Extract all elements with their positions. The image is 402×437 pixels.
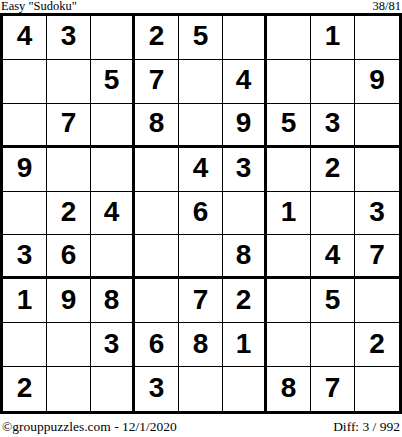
cell-r2c1 bbox=[3, 60, 47, 104]
cell-r4c1: 9 bbox=[3, 148, 47, 192]
cell-r2c4: 7 bbox=[135, 60, 179, 104]
cell-r3c6: 9 bbox=[223, 104, 267, 148]
difficulty-text: Diff: 3 / 992 bbox=[333, 419, 400, 435]
cell-r5c6 bbox=[223, 192, 267, 236]
cell-r9c7: 8 bbox=[267, 367, 311, 411]
cell-r3c3 bbox=[91, 104, 135, 148]
cell-r6c9: 7 bbox=[355, 235, 399, 279]
cell-r6c2: 6 bbox=[47, 235, 91, 279]
cell-r7c6: 2 bbox=[223, 279, 267, 323]
cell-r4c4 bbox=[135, 148, 179, 192]
cell-r6c5 bbox=[179, 235, 223, 279]
sudoku-grid: 4325157497895394322461336847198725368122… bbox=[0, 13, 402, 414]
cell-r2c2 bbox=[47, 60, 91, 104]
cell-r9c1: 2 bbox=[3, 367, 47, 411]
cell-r8c5: 8 bbox=[179, 323, 223, 367]
cell-r5c3: 4 bbox=[91, 192, 135, 236]
cell-r4c2 bbox=[47, 148, 91, 192]
cell-r5c8 bbox=[311, 192, 355, 236]
cell-r1c9 bbox=[355, 16, 399, 60]
cell-r7c8: 5 bbox=[311, 279, 355, 323]
cell-r3c5 bbox=[179, 104, 223, 148]
cell-r3c8: 3 bbox=[311, 104, 355, 148]
cell-r2c3: 5 bbox=[91, 60, 135, 104]
cell-r7c1: 1 bbox=[3, 279, 47, 323]
cell-r5c2: 2 bbox=[47, 192, 91, 236]
cell-r8c9: 2 bbox=[355, 323, 399, 367]
cell-r6c7 bbox=[267, 235, 311, 279]
cell-r9c8: 7 bbox=[311, 367, 355, 411]
cell-r3c4: 8 bbox=[135, 104, 179, 148]
cell-r7c9 bbox=[355, 279, 399, 323]
cell-r1c3 bbox=[91, 16, 135, 60]
cell-r4c3 bbox=[91, 148, 135, 192]
cell-r2c7 bbox=[267, 60, 311, 104]
page-header: Easy "Sudoku" 38/81 bbox=[0, 0, 402, 13]
cell-r5c5: 6 bbox=[179, 192, 223, 236]
puzzle-title: Easy "Sudoku" bbox=[1, 0, 77, 13]
cell-r5c7: 1 bbox=[267, 192, 311, 236]
cell-r1c6 bbox=[223, 16, 267, 60]
cell-r5c9: 3 bbox=[355, 192, 399, 236]
cell-r1c5: 5 bbox=[179, 16, 223, 60]
cell-r2c9: 9 bbox=[355, 60, 399, 104]
cell-r2c6: 4 bbox=[223, 60, 267, 104]
cell-r9c5 bbox=[179, 367, 223, 411]
cell-r8c3: 3 bbox=[91, 323, 135, 367]
copyright-text: ©grouppuzzles.com - 12/1/2020 bbox=[2, 419, 177, 435]
cell-r5c1 bbox=[3, 192, 47, 236]
cell-r8c2 bbox=[47, 323, 91, 367]
cell-r4c9 bbox=[355, 148, 399, 192]
cell-r6c6: 8 bbox=[223, 235, 267, 279]
cell-r2c8 bbox=[311, 60, 355, 104]
cell-r1c4: 2 bbox=[135, 16, 179, 60]
cell-r2c5 bbox=[179, 60, 223, 104]
cell-r9c3 bbox=[91, 367, 135, 411]
cell-r8c6: 1 bbox=[223, 323, 267, 367]
cell-r4c6: 3 bbox=[223, 148, 267, 192]
cell-r4c5: 4 bbox=[179, 148, 223, 192]
cell-r1c1: 4 bbox=[3, 16, 47, 60]
cell-r6c1: 3 bbox=[3, 235, 47, 279]
cell-r6c4 bbox=[135, 235, 179, 279]
cell-r5c4 bbox=[135, 192, 179, 236]
cell-r8c4: 6 bbox=[135, 323, 179, 367]
cell-r9c2 bbox=[47, 367, 91, 411]
cell-r1c8: 1 bbox=[311, 16, 355, 60]
cell-r3c2: 7 bbox=[47, 104, 91, 148]
cell-r7c2: 9 bbox=[47, 279, 91, 323]
cell-r6c3 bbox=[91, 235, 135, 279]
cell-r3c1 bbox=[3, 104, 47, 148]
cell-r7c7 bbox=[267, 279, 311, 323]
cell-r3c7: 5 bbox=[267, 104, 311, 148]
cell-r1c7 bbox=[267, 16, 311, 60]
cell-r9c6 bbox=[223, 367, 267, 411]
page-footer: ©grouppuzzles.com - 12/1/2020 Diff: 3 / … bbox=[0, 414, 402, 437]
page-indicator: 38/81 bbox=[373, 0, 401, 13]
cell-r7c3: 8 bbox=[91, 279, 135, 323]
cell-r4c8: 2 bbox=[311, 148, 355, 192]
cell-r3c9 bbox=[355, 104, 399, 148]
cell-r4c7 bbox=[267, 148, 311, 192]
cell-r9c9 bbox=[355, 367, 399, 411]
cell-r8c8 bbox=[311, 323, 355, 367]
cell-r6c8: 4 bbox=[311, 235, 355, 279]
cell-r8c7 bbox=[267, 323, 311, 367]
cell-r9c4: 3 bbox=[135, 367, 179, 411]
cell-r8c1 bbox=[3, 323, 47, 367]
cell-r7c4 bbox=[135, 279, 179, 323]
cell-r7c5: 7 bbox=[179, 279, 223, 323]
cell-r1c2: 3 bbox=[47, 16, 91, 60]
